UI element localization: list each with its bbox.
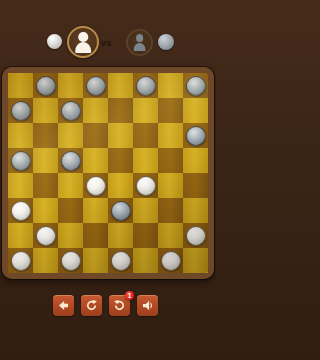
undo-count-badge: 1 — [125, 291, 134, 300]
vs-label: vs — [101, 38, 112, 48]
gray-piece[interactable] — [61, 101, 81, 121]
white-piece[interactable] — [136, 176, 156, 196]
square-r6c5[interactable] — [108, 198, 133, 223]
player-bar: vs — [0, 0, 216, 64]
white-piece[interactable] — [11, 251, 31, 271]
white-piece-indicator — [47, 34, 62, 49]
square-r8c7[interactable] — [158, 248, 183, 273]
gray-piece[interactable] — [186, 126, 206, 146]
control-bar: 1 — [53, 295, 158, 316]
square-r1c1[interactable] — [8, 73, 33, 98]
square-r6c7[interactable] — [158, 198, 183, 223]
square-r3c7[interactable] — [158, 123, 183, 148]
square-r4c4[interactable] — [83, 148, 108, 173]
square-r7c6[interactable] — [133, 223, 158, 248]
undo-button[interactable]: 1 — [109, 295, 130, 316]
square-r8c5[interactable] — [108, 248, 133, 273]
square-r1c2[interactable] — [33, 73, 58, 98]
white-piece[interactable] — [161, 251, 181, 271]
square-r2c7[interactable] — [158, 98, 183, 123]
white-piece[interactable] — [186, 226, 206, 246]
square-r5c4[interactable] — [83, 173, 108, 198]
square-r5c5[interactable] — [108, 173, 133, 198]
white-player-avatar[interactable] — [67, 26, 99, 58]
square-r1c8[interactable] — [183, 73, 208, 98]
gray-piece[interactable] — [11, 151, 31, 171]
undo-icon — [113, 299, 126, 312]
square-r3c5[interactable] — [108, 123, 133, 148]
square-r3c8[interactable] — [183, 123, 208, 148]
sound-button[interactable] — [137, 295, 158, 316]
square-r5c2[interactable] — [33, 173, 58, 198]
square-r2c3[interactable] — [58, 98, 83, 123]
square-r1c3[interactable] — [58, 73, 83, 98]
restart-button[interactable] — [81, 295, 102, 316]
square-r3c4[interactable] — [83, 123, 108, 148]
square-r4c2[interactable] — [33, 148, 58, 173]
gray-piece[interactable] — [111, 201, 131, 221]
square-r3c1[interactable] — [8, 123, 33, 148]
white-piece[interactable] — [111, 251, 131, 271]
square-r6c8[interactable] — [183, 198, 208, 223]
square-r8c1[interactable] — [8, 248, 33, 273]
square-r1c6[interactable] — [133, 73, 158, 98]
square-r8c8[interactable] — [183, 248, 208, 273]
restart-icon — [85, 299, 98, 312]
square-r1c5[interactable] — [108, 73, 133, 98]
square-r6c4[interactable] — [83, 198, 108, 223]
square-r4c7[interactable] — [158, 148, 183, 173]
square-r7c5[interactable] — [108, 223, 133, 248]
square-r5c1[interactable] — [8, 173, 33, 198]
square-r6c6[interactable] — [133, 198, 158, 223]
square-r6c1[interactable] — [8, 198, 33, 223]
checkers-app-screen: { "game": "checkers", "position": { "for… — [0, 0, 216, 360]
square-r7c4[interactable] — [83, 223, 108, 248]
square-r7c1[interactable] — [8, 223, 33, 248]
gray-piece[interactable] — [136, 76, 156, 96]
white-piece[interactable] — [86, 176, 106, 196]
checkers-board — [2, 67, 214, 279]
square-r5c8[interactable] — [183, 173, 208, 198]
square-r2c1[interactable] — [8, 98, 33, 123]
square-r7c2[interactable] — [33, 223, 58, 248]
square-r3c3[interactable] — [58, 123, 83, 148]
square-r8c3[interactable] — [58, 248, 83, 273]
board-grid — [8, 73, 208, 273]
square-r2c4[interactable] — [83, 98, 108, 123]
square-r8c6[interactable] — [133, 248, 158, 273]
speaker-icon — [141, 299, 154, 312]
gray-piece[interactable] — [61, 151, 81, 171]
white-piece[interactable] — [11, 201, 31, 221]
gray-piece[interactable] — [186, 76, 206, 96]
person-icon — [128, 31, 151, 54]
square-r1c7[interactable] — [158, 73, 183, 98]
gray-piece[interactable] — [86, 76, 106, 96]
square-r7c8[interactable] — [183, 223, 208, 248]
back-button[interactable] — [53, 295, 74, 316]
square-r4c6[interactable] — [133, 148, 158, 173]
square-r2c8[interactable] — [183, 98, 208, 123]
square-r3c6[interactable] — [133, 123, 158, 148]
square-r2c2[interactable] — [33, 98, 58, 123]
square-r2c5[interactable] — [108, 98, 133, 123]
square-r4c8[interactable] — [183, 148, 208, 173]
square-r5c3[interactable] — [58, 173, 83, 198]
square-r7c7[interactable] — [158, 223, 183, 248]
person-icon — [69, 28, 97, 56]
square-r6c2[interactable] — [33, 198, 58, 223]
gray-piece[interactable] — [36, 76, 56, 96]
square-r4c3[interactable] — [58, 148, 83, 173]
gray-piece-indicator — [158, 34, 174, 50]
square-r5c7[interactable] — [158, 173, 183, 198]
square-r1c4[interactable] — [83, 73, 108, 98]
square-r5c6[interactable] — [133, 173, 158, 198]
square-r8c2[interactable] — [33, 248, 58, 273]
gray-piece[interactable] — [11, 101, 31, 121]
square-r4c1[interactable] — [8, 148, 33, 173]
square-r6c3[interactable] — [58, 198, 83, 223]
left-arrow-icon — [57, 299, 70, 312]
square-r8c4[interactable] — [83, 248, 108, 273]
gray-player-avatar[interactable] — [126, 29, 153, 56]
white-piece[interactable] — [61, 251, 81, 271]
square-r7c3[interactable] — [58, 223, 83, 248]
white-piece[interactable] — [36, 226, 56, 246]
square-r3c2[interactable] — [33, 123, 58, 148]
square-r4c5[interactable] — [108, 148, 133, 173]
square-r2c6[interactable] — [133, 98, 158, 123]
